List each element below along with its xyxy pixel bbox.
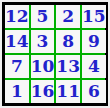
cell-r3-c4: 4	[82, 55, 106, 78]
cell-r2-c4: 9	[82, 30, 106, 53]
cell-r4-c3: 11	[56, 80, 80, 103]
cell-r4-c2: 16	[31, 80, 55, 103]
cell-r2-c2: 3	[31, 30, 55, 53]
cell-r4-c4: 6	[82, 80, 106, 103]
cell-r2-c1: 14	[5, 30, 29, 53]
cell-r3-c2: 10	[31, 55, 55, 78]
cell-r1-c2: 5	[31, 5, 55, 28]
cell-r2-c3: 8	[56, 30, 80, 53]
cell-r4-c1: 1	[5, 80, 29, 103]
cell-r3-c1: 7	[5, 55, 29, 78]
magic-square-board: 12521514389710134116116	[2, 2, 108, 106]
cell-r3-c3: 13	[56, 55, 80, 78]
cell-r1-c4: 15	[82, 5, 106, 28]
cell-r1-c1: 12	[5, 5, 29, 28]
cell-r1-c3: 2	[56, 5, 80, 28]
